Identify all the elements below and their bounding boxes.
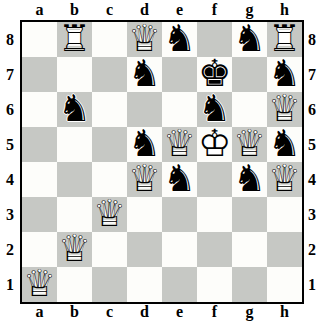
rank-label-6: 6 (0, 92, 20, 127)
square-b6[interactable]: ♞ (57, 92, 92, 127)
square-b1[interactable] (57, 267, 92, 302)
square-a3[interactable] (22, 197, 57, 232)
square-f4[interactable] (197, 162, 232, 197)
white-queen-piece[interactable]: ♛♕ (57, 232, 92, 267)
piece-glyph: ♞ (57, 91, 92, 126)
file-label-c: c (92, 302, 127, 322)
square-a6[interactable] (22, 92, 57, 127)
square-a8[interactable] (22, 22, 57, 57)
piece-outline-glyph: ♕ (22, 266, 57, 301)
piece-outline-glyph: ♖ (267, 21, 302, 56)
rank-label-3: 3 (302, 197, 322, 232)
rank-label-8: 8 (302, 22, 322, 57)
file-label-e: e (162, 302, 197, 322)
rank-label-8: 8 (0, 22, 20, 57)
rank-label-7: 7 (302, 57, 322, 92)
rank-label-5: 5 (0, 127, 20, 162)
file-label-b: b (57, 302, 92, 322)
square-f2[interactable] (197, 232, 232, 267)
square-e1[interactable] (162, 267, 197, 302)
piece-glyph: ♞ (197, 91, 232, 126)
file-labels-bottom: abcdefgh (22, 302, 302, 322)
chess-diagram: abcdefgh 87654321 ♜♖♛♕♞♞♜♖♞♚♞♞♞♛♕♞♛♕♚♔♛♕… (0, 0, 322, 322)
square-h1[interactable] (267, 267, 302, 302)
piece-glyph: ♞ (162, 161, 197, 196)
file-label-f: f (197, 0, 232, 20)
black-knight-piece[interactable]: ♞ (232, 22, 267, 57)
rank-label-4: 4 (302, 162, 322, 197)
square-c8[interactable] (92, 22, 127, 57)
piece-glyph: ♞ (267, 126, 302, 161)
square-c1[interactable] (92, 267, 127, 302)
square-a1[interactable]: ♛♕ (22, 267, 57, 302)
rank-label-2: 2 (0, 232, 20, 267)
square-d2[interactable] (127, 232, 162, 267)
square-b2[interactable]: ♛♕ (57, 232, 92, 267)
piece-outline-glyph: ♕ (267, 161, 302, 196)
black-knight-piece[interactable]: ♞ (127, 57, 162, 92)
white-queen-piece[interactable]: ♛♕ (92, 197, 127, 232)
rank-label-2: 2 (302, 232, 322, 267)
square-e3[interactable] (162, 197, 197, 232)
chess-board: ♜♖♛♕♞♞♜♖♞♚♞♞♞♛♕♞♛♕♚♔♛♕♞♛♕♞♞♛♕♛♕♛♕♛♕ (20, 20, 304, 304)
square-c6[interactable] (92, 92, 127, 127)
rank-label-3: 3 (0, 197, 20, 232)
piece-glyph: ♚ (197, 56, 232, 91)
square-h4[interactable]: ♛♕ (267, 162, 302, 197)
piece-glyph: ♞ (232, 21, 267, 56)
file-label-f: f (197, 302, 232, 322)
piece-outline-glyph: ♕ (162, 126, 197, 161)
rank-label-1: 1 (302, 267, 322, 302)
square-d1[interactable] (127, 267, 162, 302)
square-g4[interactable]: ♞ (232, 162, 267, 197)
piece-glyph: ♞ (232, 161, 267, 196)
piece-glyph: ♞ (127, 126, 162, 161)
square-b4[interactable] (57, 162, 92, 197)
file-label-c: c (92, 0, 127, 20)
white-king-piece[interactable]: ♚♔ (197, 127, 232, 162)
rank-label-5: 5 (302, 127, 322, 162)
black-knight-piece[interactable]: ♞ (162, 162, 197, 197)
square-g3[interactable] (232, 197, 267, 232)
piece-outline-glyph: ♕ (92, 196, 127, 231)
white-queen-piece[interactable]: ♛♕ (22, 267, 57, 302)
rank-labels-right: 87654321 (302, 22, 322, 302)
piece-glyph: ♞ (162, 21, 197, 56)
black-knight-piece[interactable]: ♞ (162, 22, 197, 57)
square-e8[interactable]: ♞ (162, 22, 197, 57)
square-a4[interactable] (22, 162, 57, 197)
white-queen-piece[interactable]: ♛♕ (267, 162, 302, 197)
rank-label-1: 1 (0, 267, 20, 302)
square-c5[interactable] (92, 127, 127, 162)
square-g7[interactable] (232, 57, 267, 92)
piece-outline-glyph: ♖ (57, 21, 92, 56)
piece-glyph: ♞ (267, 56, 302, 91)
square-d3[interactable] (127, 197, 162, 232)
square-d4[interactable]: ♛♕ (127, 162, 162, 197)
piece-outline-glyph: ♕ (57, 231, 92, 266)
rank-label-4: 4 (0, 162, 20, 197)
black-knight-piece[interactable]: ♞ (57, 92, 92, 127)
square-b5[interactable] (57, 127, 92, 162)
piece-outline-glyph: ♕ (267, 91, 302, 126)
rank-labels-left: 87654321 (0, 22, 20, 302)
square-a5[interactable] (22, 127, 57, 162)
piece-outline-glyph: ♕ (127, 161, 162, 196)
square-f1[interactable] (197, 267, 232, 302)
square-g2[interactable] (232, 232, 267, 267)
square-a7[interactable] (22, 57, 57, 92)
square-h3[interactable] (267, 197, 302, 232)
square-e2[interactable] (162, 232, 197, 267)
square-c7[interactable] (92, 57, 127, 92)
square-e4[interactable]: ♞ (162, 162, 197, 197)
square-e7[interactable] (162, 57, 197, 92)
piece-outline-glyph: ♕ (232, 126, 267, 161)
file-label-a: a (22, 302, 57, 322)
square-f5[interactable]: ♚♔ (197, 127, 232, 162)
square-d7[interactable]: ♞ (127, 57, 162, 92)
black-knight-piece[interactable]: ♞ (232, 162, 267, 197)
piece-outline-glyph: ♔ (197, 126, 232, 161)
white-queen-piece[interactable]: ♛♕ (127, 162, 162, 197)
file-label-d: d (127, 302, 162, 322)
square-b8[interactable]: ♜♖ (57, 22, 92, 57)
rank-label-7: 7 (0, 57, 20, 92)
file-label-g: g (232, 302, 267, 322)
piece-outline-glyph: ♕ (127, 21, 162, 56)
square-c3[interactable]: ♛♕ (92, 197, 127, 232)
piece-glyph: ♞ (127, 56, 162, 91)
white-rook-piece[interactable]: ♜♖ (57, 22, 92, 57)
square-h2[interactable] (267, 232, 302, 267)
rank-label-6: 6 (302, 92, 322, 127)
file-label-h: h (267, 302, 302, 322)
square-g8[interactable]: ♞ (232, 22, 267, 57)
file-label-a: a (22, 0, 57, 20)
square-c2[interactable] (92, 232, 127, 267)
square-g1[interactable] (232, 267, 267, 302)
square-f3[interactable] (197, 197, 232, 232)
